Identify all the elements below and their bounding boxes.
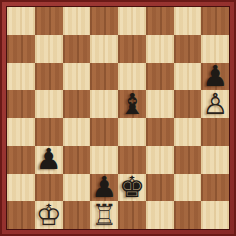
square-a4[interactable]: [7, 118, 35, 146]
square-h5[interactable]: ♙: [201, 90, 229, 118]
square-h8[interactable]: [201, 7, 229, 35]
square-c2[interactable]: [63, 174, 91, 202]
square-d8[interactable]: [90, 7, 118, 35]
square-h2[interactable]: [201, 174, 229, 202]
square-g6[interactable]: [174, 63, 202, 91]
square-b7[interactable]: [35, 35, 63, 63]
square-f5[interactable]: [146, 90, 174, 118]
square-e2[interactable]: ♚: [118, 174, 146, 202]
square-f2[interactable]: [146, 174, 174, 202]
square-g4[interactable]: [174, 118, 202, 146]
square-a1[interactable]: [7, 201, 35, 229]
black-bishop[interactable]: ♝: [119, 91, 145, 118]
square-c7[interactable]: [63, 35, 91, 63]
square-f3[interactable]: [146, 146, 174, 174]
square-h1[interactable]: [201, 201, 229, 229]
black-king[interactable]: ♚: [119, 174, 145, 201]
black-pawn[interactable]: ♟: [202, 63, 228, 90]
square-e1[interactable]: [118, 201, 146, 229]
square-b1[interactable]: ♔: [35, 201, 63, 229]
square-a2[interactable]: [7, 174, 35, 202]
square-b5[interactable]: [35, 90, 63, 118]
square-d7[interactable]: [90, 35, 118, 63]
square-c6[interactable]: [63, 63, 91, 91]
square-c3[interactable]: [63, 146, 91, 174]
square-d1[interactable]: ♖: [90, 201, 118, 229]
square-d4[interactable]: [90, 118, 118, 146]
square-g3[interactable]: [174, 146, 202, 174]
chess-board-frame: ♟♝♙♟♟♚♔♖: [0, 0, 236, 236]
square-c1[interactable]: [63, 201, 91, 229]
square-g2[interactable]: [174, 174, 202, 202]
square-g1[interactable]: [174, 201, 202, 229]
square-a8[interactable]: [7, 7, 35, 35]
square-d5[interactable]: [90, 90, 118, 118]
square-e8[interactable]: [118, 7, 146, 35]
square-g5[interactable]: [174, 90, 202, 118]
chess-board: ♟♝♙♟♟♚♔♖: [7, 7, 229, 229]
square-f1[interactable]: [146, 201, 174, 229]
square-f6[interactable]: [146, 63, 174, 91]
square-e5[interactable]: ♝: [118, 90, 146, 118]
square-f7[interactable]: [146, 35, 174, 63]
square-g7[interactable]: [174, 35, 202, 63]
white-pawn[interactable]: ♙: [202, 91, 228, 118]
square-e4[interactable]: [118, 118, 146, 146]
square-d6[interactable]: [90, 63, 118, 91]
square-a5[interactable]: [7, 90, 35, 118]
square-g8[interactable]: [174, 7, 202, 35]
black-pawn[interactable]: ♟: [91, 174, 117, 201]
square-a3[interactable]: [7, 146, 35, 174]
square-c4[interactable]: [63, 118, 91, 146]
square-f8[interactable]: [146, 7, 174, 35]
black-pawn[interactable]: ♟: [36, 146, 62, 173]
white-rook[interactable]: ♖: [91, 202, 117, 229]
square-c8[interactable]: [63, 7, 91, 35]
square-b8[interactable]: [35, 7, 63, 35]
square-a6[interactable]: [7, 63, 35, 91]
square-f4[interactable]: [146, 118, 174, 146]
square-h3[interactable]: [201, 146, 229, 174]
square-a7[interactable]: [7, 35, 35, 63]
square-h4[interactable]: [201, 118, 229, 146]
square-c5[interactable]: [63, 90, 91, 118]
square-b6[interactable]: [35, 63, 63, 91]
white-king[interactable]: ♔: [36, 202, 62, 229]
square-e7[interactable]: [118, 35, 146, 63]
square-b3[interactable]: ♟: [35, 146, 63, 174]
